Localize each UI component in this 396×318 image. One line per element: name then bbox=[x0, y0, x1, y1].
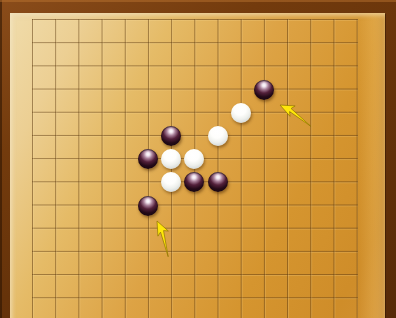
black-stone bbox=[208, 172, 228, 192]
black-stone bbox=[138, 196, 158, 216]
white-stone bbox=[208, 126, 228, 146]
black-stone bbox=[254, 80, 274, 100]
white-stone bbox=[231, 103, 251, 123]
gomoku-screen bbox=[0, 0, 396, 318]
